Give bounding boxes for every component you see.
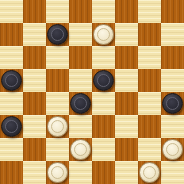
square-h3[interactable] [161,115,184,138]
square-h1[interactable] [161,161,184,184]
square-e5[interactable] [92,69,115,92]
square-f8[interactable] [115,0,138,23]
piece-ring [166,97,179,110]
square-g8[interactable] [138,0,161,23]
square-d2[interactable] [69,138,92,161]
square-g3[interactable] [138,115,161,138]
square-a6[interactable] [0,46,23,69]
piece-ring [51,28,64,41]
square-f6[interactable] [115,46,138,69]
square-g1[interactable] [138,161,161,184]
square-c1[interactable] [46,161,69,184]
square-e1[interactable] [92,161,115,184]
piece-ring [74,143,87,156]
piece-ring [97,74,110,87]
square-f4[interactable] [115,92,138,115]
black-man[interactable] [1,70,22,91]
black-man[interactable] [93,70,114,91]
square-d3[interactable] [69,115,92,138]
square-f3[interactable] [115,115,138,138]
square-e4[interactable] [92,92,115,115]
square-h2[interactable] [161,138,184,161]
square-d7[interactable] [69,23,92,46]
square-a3[interactable] [0,115,23,138]
piece-ring [143,166,156,179]
piece-ring [166,143,179,156]
square-c8[interactable] [46,0,69,23]
white-man[interactable] [162,139,183,160]
square-a2[interactable] [0,138,23,161]
white-man[interactable] [47,116,68,137]
square-a1[interactable] [0,161,23,184]
square-a7[interactable] [0,23,23,46]
square-f7[interactable] [115,23,138,46]
square-g5[interactable] [138,69,161,92]
square-a4[interactable] [0,92,23,115]
square-e8[interactable] [92,0,115,23]
square-b6[interactable] [23,46,46,69]
square-e3[interactable] [92,115,115,138]
square-a8[interactable] [0,0,23,23]
square-b2[interactable] [23,138,46,161]
square-g4[interactable] [138,92,161,115]
piece-ring [97,28,110,41]
square-h8[interactable] [161,0,184,23]
square-d1[interactable] [69,161,92,184]
white-man[interactable] [93,24,114,45]
square-c2[interactable] [46,138,69,161]
white-man[interactable] [139,162,160,183]
square-b4[interactable] [23,92,46,115]
square-d6[interactable] [69,46,92,69]
square-g7[interactable] [138,23,161,46]
piece-ring [5,120,18,133]
piece-ring [5,74,18,87]
square-e2[interactable] [92,138,115,161]
square-h4[interactable] [161,92,184,115]
square-d8[interactable] [69,0,92,23]
square-h6[interactable] [161,46,184,69]
black-man[interactable] [47,24,68,45]
square-b1[interactable] [23,161,46,184]
square-h5[interactable] [161,69,184,92]
piece-ring [51,120,64,133]
square-b8[interactable] [23,0,46,23]
black-man[interactable] [70,93,91,114]
square-g6[interactable] [138,46,161,69]
square-d4[interactable] [69,92,92,115]
square-e7[interactable] [92,23,115,46]
square-h7[interactable] [161,23,184,46]
square-e6[interactable] [92,46,115,69]
square-c3[interactable] [46,115,69,138]
square-b5[interactable] [23,69,46,92]
black-man[interactable] [1,116,22,137]
square-d5[interactable] [69,69,92,92]
square-c6[interactable] [46,46,69,69]
black-man[interactable] [162,93,183,114]
square-c7[interactable] [46,23,69,46]
white-man[interactable] [47,162,68,183]
piece-ring [74,97,87,110]
square-f2[interactable] [115,138,138,161]
square-f5[interactable] [115,69,138,92]
square-f1[interactable] [115,161,138,184]
square-g2[interactable] [138,138,161,161]
square-c4[interactable] [46,92,69,115]
square-a5[interactable] [0,69,23,92]
white-man[interactable] [70,139,91,160]
square-b7[interactable] [23,23,46,46]
square-b3[interactable] [23,115,46,138]
checkers-board [0,0,184,184]
square-c5[interactable] [46,69,69,92]
piece-ring [51,166,64,179]
